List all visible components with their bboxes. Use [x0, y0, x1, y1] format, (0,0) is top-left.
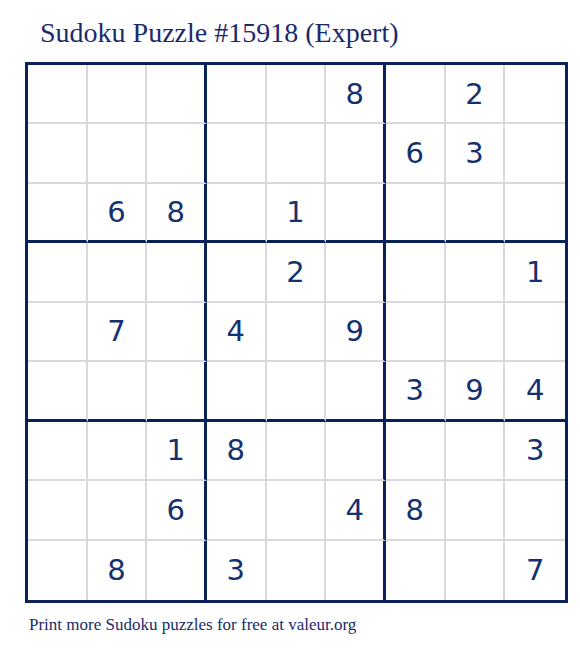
- cell-r6c7[interactable]: 3: [386, 362, 446, 421]
- page-title: Sudoku Puzzle #15918 (Expert): [40, 16, 399, 50]
- cell-r3c8[interactable]: [446, 184, 506, 243]
- cell-r1c1[interactable]: [28, 65, 88, 124]
- cell-r9c8[interactable]: [446, 541, 506, 600]
- cell-r4c4[interactable]: [207, 243, 267, 302]
- cell-r6c8[interactable]: 9: [446, 362, 506, 421]
- cell-r2c9[interactable]: [505, 124, 565, 183]
- cell-r2c8[interactable]: 3: [446, 124, 506, 183]
- cell-r4c5[interactable]: 2: [267, 243, 327, 302]
- cell-r4c1[interactable]: [28, 243, 88, 302]
- cell-r2c5[interactable]: [267, 124, 327, 183]
- cell-r1c5[interactable]: [267, 65, 327, 124]
- cell-r6c6[interactable]: [326, 362, 386, 421]
- cell-r5c4[interactable]: 4: [207, 303, 267, 362]
- cell-r6c1[interactable]: [28, 362, 88, 421]
- cell-r1c6[interactable]: 8: [326, 65, 386, 124]
- cell-r7c5[interactable]: [267, 422, 327, 481]
- cell-r5c8[interactable]: [446, 303, 506, 362]
- cell-r7c6[interactable]: [326, 422, 386, 481]
- cell-r4c8[interactable]: [446, 243, 506, 302]
- cell-r2c1[interactable]: [28, 124, 88, 183]
- cell-r8c9[interactable]: [505, 481, 565, 540]
- cell-r7c1[interactable]: [28, 422, 88, 481]
- cell-r5c7[interactable]: [386, 303, 446, 362]
- cell-r6c4[interactable]: [207, 362, 267, 421]
- sudoku-page: Sudoku Puzzle #15918 (Expert) 8263681217…: [0, 0, 580, 651]
- cell-r7c2[interactable]: [88, 422, 148, 481]
- cell-r5c1[interactable]: [28, 303, 88, 362]
- cell-r9c3[interactable]: [147, 541, 207, 600]
- cell-r5c2[interactable]: 7: [88, 303, 148, 362]
- cell-r7c4[interactable]: 8: [207, 422, 267, 481]
- cell-r9c4[interactable]: 3: [207, 541, 267, 600]
- cell-r7c7[interactable]: [386, 422, 446, 481]
- cell-r3c1[interactable]: [28, 184, 88, 243]
- cell-r4c3[interactable]: [147, 243, 207, 302]
- cell-r4c2[interactable]: [88, 243, 148, 302]
- cell-r3c7[interactable]: [386, 184, 446, 243]
- cell-r2c2[interactable]: [88, 124, 148, 183]
- cell-r8c7[interactable]: 8: [386, 481, 446, 540]
- cell-r3c2[interactable]: 6: [88, 184, 148, 243]
- cell-r9c1[interactable]: [28, 541, 88, 600]
- cell-r6c3[interactable]: [147, 362, 207, 421]
- cell-r5c5[interactable]: [267, 303, 327, 362]
- cell-r1c2[interactable]: [88, 65, 148, 124]
- footer-text: Print more Sudoku puzzles for free at va…: [29, 615, 356, 635]
- cell-r8c8[interactable]: [446, 481, 506, 540]
- cell-r3c3[interactable]: 8: [147, 184, 207, 243]
- cell-r8c1[interactable]: [28, 481, 88, 540]
- cell-r8c4[interactable]: [207, 481, 267, 540]
- cell-r3c6[interactable]: [326, 184, 386, 243]
- cell-r9c7[interactable]: [386, 541, 446, 600]
- cell-r6c2[interactable]: [88, 362, 148, 421]
- cell-r9c9[interactable]: 7: [505, 541, 565, 600]
- cell-r1c7[interactable]: [386, 65, 446, 124]
- cell-r1c8[interactable]: 2: [446, 65, 506, 124]
- cell-r8c2[interactable]: [88, 481, 148, 540]
- cell-r6c5[interactable]: [267, 362, 327, 421]
- cell-r4c7[interactable]: [386, 243, 446, 302]
- cell-r9c2[interactable]: 8: [88, 541, 148, 600]
- cell-r2c4[interactable]: [207, 124, 267, 183]
- cell-r7c9[interactable]: 3: [505, 422, 565, 481]
- cell-r3c5[interactable]: 1: [267, 184, 327, 243]
- cell-r1c3[interactable]: [147, 65, 207, 124]
- cell-r3c4[interactable]: [207, 184, 267, 243]
- sudoku-grid: 826368121749394183648837: [25, 62, 568, 603]
- cell-r6c9[interactable]: 4: [505, 362, 565, 421]
- cell-r1c9[interactable]: [505, 65, 565, 124]
- cell-r8c3[interactable]: 6: [147, 481, 207, 540]
- cell-r2c7[interactable]: 6: [386, 124, 446, 183]
- cell-r5c3[interactable]: [147, 303, 207, 362]
- cell-r4c6[interactable]: [326, 243, 386, 302]
- cell-r3c9[interactable]: [505, 184, 565, 243]
- cell-r4c9[interactable]: 1: [505, 243, 565, 302]
- cell-r8c5[interactable]: [267, 481, 327, 540]
- cell-r7c8[interactable]: [446, 422, 506, 481]
- cell-r1c4[interactable]: [207, 65, 267, 124]
- cell-r2c6[interactable]: [326, 124, 386, 183]
- cell-r9c6[interactable]: [326, 541, 386, 600]
- cell-r8c6[interactable]: 4: [326, 481, 386, 540]
- cell-r7c3[interactable]: 1: [147, 422, 207, 481]
- cell-r2c3[interactable]: [147, 124, 207, 183]
- cell-r5c6[interactable]: 9: [326, 303, 386, 362]
- cell-r5c9[interactable]: [505, 303, 565, 362]
- cell-r9c5[interactable]: [267, 541, 327, 600]
